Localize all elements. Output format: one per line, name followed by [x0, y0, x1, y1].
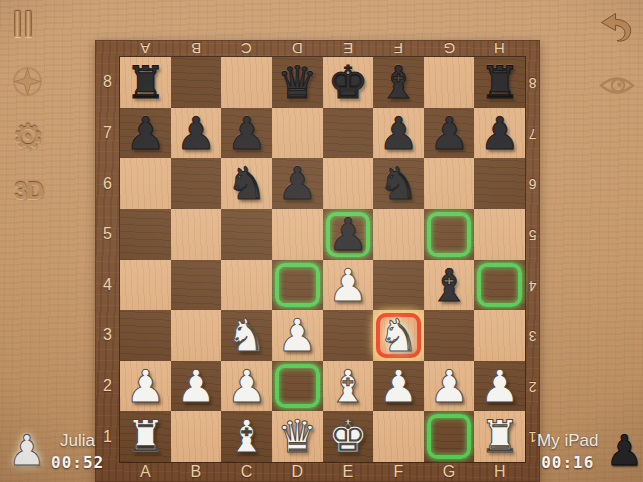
coordinate-label: E: [323, 462, 374, 482]
legal-move-highlight: [275, 364, 320, 409]
chess-board: ABCDEFGH ABCDEFGH 87654321 87654321 ♜♛♚♝…: [95, 40, 540, 482]
square-f6[interactable]: ♞: [373, 158, 424, 209]
square-d1[interactable]: ♛: [272, 411, 323, 462]
coordinate-label: G: [424, 40, 475, 57]
legal-move-highlight: [275, 263, 320, 308]
piece-black-pawn[interactable]: ♟: [424, 108, 475, 159]
square-g6[interactable]: [424, 158, 475, 209]
piece-black-pawn[interactable]: ♟: [171, 108, 222, 159]
undo-arrow-icon: [596, 11, 632, 44]
piece-black-rook[interactable]: ♜: [474, 57, 525, 108]
square-h4[interactable]: [474, 260, 525, 311]
square-d2[interactable]: [272, 361, 323, 412]
coordinate-label: B: [171, 462, 222, 482]
pause-icon: [14, 11, 21, 37]
coordinate-label: 4: [95, 260, 120, 311]
square-a7[interactable]: ♟: [120, 108, 171, 159]
square-d4[interactable]: [272, 260, 323, 311]
square-g8[interactable]: [424, 57, 475, 108]
square-e7[interactable]: [323, 108, 374, 159]
player-black-panel: My iPad 00:16 ♟: [537, 427, 641, 475]
square-g1[interactable]: [424, 411, 475, 462]
square-h3[interactable]: [474, 310, 525, 361]
piece-white-pawn[interactable]: ♟: [474, 361, 525, 412]
square-d6[interactable]: ♟: [272, 158, 323, 209]
square-d8[interactable]: ♛: [272, 57, 323, 108]
piece-black-queen[interactable]: ♛: [272, 57, 323, 108]
square-c8[interactable]: [221, 57, 272, 108]
coordinate-label: 4: [525, 260, 540, 311]
square-e1[interactable]: ♚: [323, 411, 374, 462]
piece-black-pawn[interactable]: ♟: [474, 108, 525, 159]
piece-black-king[interactable]: ♚: [323, 57, 374, 108]
square-f2[interactable]: ♟: [373, 361, 424, 412]
piece-black-pawn[interactable]: ♟: [272, 158, 323, 209]
player-white-clock: 00:52: [51, 453, 104, 472]
gear-icon: ⚙: [12, 117, 43, 157]
square-a2[interactable]: ♟: [120, 361, 171, 412]
3d-label: 3D: [14, 178, 43, 204]
square-b2[interactable]: ♟: [171, 361, 222, 412]
coordinate-label: 8: [525, 57, 540, 108]
piece-white-bishop[interactable]: ♝: [323, 361, 374, 412]
3d-view-button[interactable]: 3D: [10, 178, 48, 204]
piece-black-pawn[interactable]: ♟: [373, 108, 424, 159]
coordinate-label: 2: [95, 361, 120, 412]
piece-white-knight[interactable]: ♞: [373, 310, 424, 361]
coordinate-label: 7: [95, 108, 120, 159]
player-black-clock: 00:16: [541, 453, 594, 472]
pause-icon: [25, 11, 32, 37]
piece-white-pawn[interactable]: ♟: [221, 361, 272, 412]
square-g3[interactable]: [424, 310, 475, 361]
piece-white-pawn[interactable]: ♟: [171, 361, 222, 412]
square-d5[interactable]: [272, 209, 323, 260]
coordinate-label: 5: [95, 209, 120, 260]
square-c6[interactable]: ♞: [221, 158, 272, 209]
square-f7[interactable]: ♟: [373, 108, 424, 159]
legal-move-highlight: [477, 263, 522, 308]
coordinate-label: 6: [525, 158, 540, 209]
square-a8[interactable]: ♜: [120, 57, 171, 108]
square-e4[interactable]: ♟: [323, 260, 374, 311]
square-b5[interactable]: [171, 209, 222, 260]
piece-white-knight[interactable]: ♞: [221, 310, 272, 361]
coordinate-label: 2: [525, 361, 540, 412]
square-a3[interactable]: [120, 310, 171, 361]
white-pawn-icon: ♟: [8, 427, 44, 475]
square-h5[interactable]: [474, 209, 525, 260]
coordinate-label: 5: [525, 209, 540, 260]
square-c4[interactable]: [221, 260, 272, 311]
square-e6[interactable]: [323, 158, 374, 209]
undo-button[interactable]: [596, 11, 632, 44]
board-squares: ♜♛♚♝♜♟♟♟♟♟♟♞♟♞♟♟♝♞♟♞♟♟♟♝♟♟♟♜♝♛♚♜: [120, 57, 525, 462]
player-white-name: Julia: [60, 431, 95, 451]
square-a5[interactable]: [120, 209, 171, 260]
piece-white-rook[interactable]: ♜: [120, 411, 171, 462]
new-game-button[interactable]: [11, 65, 44, 98]
piece-black-knight[interactable]: ♞: [221, 158, 272, 209]
app-window: ⚙ 3D ABCDEFGH ABCDEFGH 87654321 87654321…: [0, 0, 643, 482]
square-e3[interactable]: [323, 310, 374, 361]
coordinate-label: C: [221, 462, 272, 482]
square-c7[interactable]: ♟: [221, 108, 272, 159]
piece-black-rook[interactable]: ♜: [120, 57, 171, 108]
coordinate-label: 3: [525, 310, 540, 361]
legal-move-highlight: [427, 414, 472, 459]
square-e8[interactable]: ♚: [323, 57, 374, 108]
square-g4[interactable]: ♝: [424, 260, 475, 311]
square-h1[interactable]: ♜: [474, 411, 525, 462]
coordinate-label: F: [373, 462, 424, 482]
square-b4[interactable]: [171, 260, 222, 311]
square-f8[interactable]: ♝: [373, 57, 424, 108]
square-c1[interactable]: ♝: [221, 411, 272, 462]
piece-black-bishop[interactable]: ♝: [424, 260, 475, 311]
square-b6[interactable]: [171, 158, 222, 209]
player-white-panel: ♟ Julia 00:52: [8, 427, 104, 475]
piece-black-bishop[interactable]: ♝: [373, 57, 424, 108]
square-a4[interactable]: [120, 260, 171, 311]
piece-black-pawn[interactable]: ♟: [323, 209, 374, 260]
square-g5[interactable]: [424, 209, 475, 260]
black-pawn-icon: ♟: [605, 427, 641, 475]
piece-white-queen[interactable]: ♛: [272, 411, 323, 462]
square-b1[interactable]: [171, 411, 222, 462]
piece-white-pawn[interactable]: ♟: [120, 361, 171, 412]
square-b7[interactable]: ♟: [171, 108, 222, 159]
square-h6[interactable]: [474, 158, 525, 209]
pause-button[interactable]: [14, 11, 42, 39]
coordinate-label: 7: [525, 108, 540, 159]
rank-labels-left: 87654321: [95, 57, 120, 462]
square-c5[interactable]: [221, 209, 272, 260]
square-d7[interactable]: [272, 108, 323, 159]
square-f4[interactable]: [373, 260, 424, 311]
square-g2[interactable]: ♟: [424, 361, 475, 412]
square-f1[interactable]: [373, 411, 424, 462]
coordinate-label: D: [272, 40, 323, 57]
file-labels-bottom: ABCDEFGH: [120, 462, 525, 482]
square-e5[interactable]: ♟: [323, 209, 374, 260]
coordinate-label: H: [474, 40, 525, 57]
piece-black-knight[interactable]: ♞: [373, 158, 424, 209]
square-c3[interactable]: ♞: [221, 310, 272, 361]
coordinate-label: H: [474, 462, 525, 482]
legal-move-highlight: [427, 212, 472, 257]
piece-white-rook[interactable]: ♜: [474, 411, 525, 462]
piece-white-king[interactable]: ♚: [323, 411, 374, 462]
square-h2[interactable]: ♟: [474, 361, 525, 412]
eye-icon: [598, 73, 636, 98]
square-f5[interactable]: [373, 209, 424, 260]
coordinate-label: A: [120, 40, 171, 57]
square-c2[interactable]: ♟: [221, 361, 272, 412]
coordinate-label: F: [373, 40, 424, 57]
coordinate-label: 3: [95, 310, 120, 361]
piece-white-pawn[interactable]: ♟: [373, 361, 424, 412]
square-e2[interactable]: ♝: [323, 361, 374, 412]
square-g7[interactable]: ♟: [424, 108, 475, 159]
piece-white-bishop[interactable]: ♝: [221, 411, 272, 462]
square-a6[interactable]: [120, 158, 171, 209]
coordinate-label: 8: [95, 57, 120, 108]
square-f3[interactable]: ♞: [373, 310, 424, 361]
compass-icon: [11, 65, 44, 98]
square-h7[interactable]: ♟: [474, 108, 525, 159]
coordinate-label: 6: [95, 158, 120, 209]
coordinate-label: G: [424, 462, 475, 482]
square-b3[interactable]: [171, 310, 222, 361]
coordinate-label: A: [120, 462, 171, 482]
square-b8[interactable]: [171, 57, 222, 108]
square-h8[interactable]: ♜: [474, 57, 525, 108]
piece-white-pawn[interactable]: ♟: [424, 361, 475, 412]
piece-black-pawn[interactable]: ♟: [120, 108, 171, 159]
coordinate-label: E: [323, 40, 374, 57]
rank-labels-right: 87654321: [525, 57, 540, 462]
file-labels-top: ABCDEFGH: [120, 40, 525, 57]
settings-button[interactable]: ⚙: [9, 118, 47, 156]
coordinate-label: B: [171, 40, 222, 57]
piece-black-pawn[interactable]: ♟: [221, 108, 272, 159]
player-black-name: My iPad: [537, 431, 598, 451]
square-d3[interactable]: ♟: [272, 310, 323, 361]
square-a1[interactable]: ♜: [120, 411, 171, 462]
coordinate-label: C: [221, 40, 272, 57]
piece-white-pawn[interactable]: ♟: [272, 310, 323, 361]
show-threat-button[interactable]: [598, 73, 636, 98]
piece-white-pawn[interactable]: ♟: [323, 260, 374, 311]
coordinate-label: D: [272, 462, 323, 482]
